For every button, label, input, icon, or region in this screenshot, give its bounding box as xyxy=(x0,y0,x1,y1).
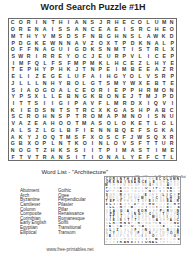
grid-cell: S xyxy=(65,147,73,154)
grid-cell: S xyxy=(152,113,160,120)
grid-cell: T xyxy=(33,153,41,160)
grid-cell: I xyxy=(33,53,41,60)
grid-cell: H xyxy=(152,59,160,66)
grid-cell: T xyxy=(73,120,81,127)
grid-cell: I xyxy=(49,100,57,107)
grid-cell: O xyxy=(89,113,97,120)
grid-cell: I xyxy=(25,73,33,80)
grid-cell: S xyxy=(57,26,65,33)
grid-cell: K xyxy=(104,106,112,113)
grid-cell: R xyxy=(41,153,49,160)
grid-cell: W xyxy=(136,133,144,140)
grid-cell: Y xyxy=(120,79,128,86)
grid-cell: T xyxy=(25,100,33,107)
grid-cell: H xyxy=(112,59,120,66)
grid-cell: Z xyxy=(136,59,144,66)
grid-cell: V xyxy=(160,100,168,107)
grid-cell: A xyxy=(57,86,65,93)
grid-cell: M xyxy=(112,100,120,107)
grid-cell: L xyxy=(160,46,168,53)
grid-cell: H xyxy=(49,147,57,154)
grid-cell: L xyxy=(81,79,89,86)
grid-cell: T xyxy=(73,113,81,120)
grid-cell: E xyxy=(144,66,152,73)
grid-cell: S xyxy=(104,79,112,86)
grid-cell: A xyxy=(168,126,176,133)
grid-cell: P xyxy=(144,106,152,113)
grid-cell: R xyxy=(120,100,128,107)
grid-cell: R xyxy=(25,19,33,26)
grid-cell: N xyxy=(49,113,57,120)
grid-cell: I xyxy=(89,153,97,160)
grid-cell: F xyxy=(81,32,89,39)
grid-cell: L xyxy=(136,32,144,39)
grid-cell: M xyxy=(152,86,160,93)
grid-cell: S xyxy=(128,26,136,33)
grid-cell: B xyxy=(65,79,73,86)
grid-cell: G xyxy=(57,100,65,107)
grid-cell: N xyxy=(65,39,73,46)
grid-cell: A xyxy=(89,120,97,127)
grid-cell: V xyxy=(41,32,49,39)
grid-cell: L xyxy=(17,79,25,86)
grid-cell: O xyxy=(128,73,136,80)
grid-cell: K xyxy=(57,147,65,154)
grid-cell: L xyxy=(17,73,25,80)
word-list-header: Word List - "Architecture" xyxy=(8,165,108,173)
grid-cell: V xyxy=(89,100,97,107)
grid-cell: P xyxy=(17,93,25,100)
grid-cell: Q xyxy=(33,59,41,66)
grid-cell: K xyxy=(73,140,81,147)
footer-url: www.free-printables.net xyxy=(8,240,132,247)
grid-cell: L xyxy=(65,73,73,80)
grid-cell: M xyxy=(89,59,97,66)
grid-cell: X xyxy=(33,93,41,100)
grid-cell: A xyxy=(120,106,128,113)
grid-cell: E xyxy=(96,26,104,33)
word-search-grid: CORINTHIANSJRHECOLUMNORENAISSANCEAEISRCH… xyxy=(8,18,177,161)
grid-cell: A xyxy=(73,26,81,33)
grid-cell: L xyxy=(33,79,41,86)
grid-cell: X xyxy=(168,46,176,53)
grid-cell: G xyxy=(104,32,112,39)
grid-cell: O xyxy=(168,26,176,33)
grid-cell: H xyxy=(57,66,65,73)
grid-cell: Y xyxy=(65,53,73,60)
grid-cell: T xyxy=(81,153,89,160)
grid-cell: G xyxy=(73,46,81,53)
grid-cell: P xyxy=(73,100,81,107)
grid-cell: X xyxy=(104,39,112,46)
grid-cell: B xyxy=(128,66,136,73)
grid-cell: K xyxy=(160,126,168,133)
grid-cell: J xyxy=(33,133,41,140)
grid-cell: T xyxy=(17,32,25,39)
grid-cell: K xyxy=(17,133,25,140)
grid-cell: F xyxy=(96,100,104,107)
grid-cell: Z xyxy=(33,126,41,133)
grid-cell: D xyxy=(65,32,73,39)
grid-cell: A xyxy=(152,106,160,113)
grid-cell: T xyxy=(73,106,81,113)
grid-cell: H xyxy=(152,26,160,33)
grid-cell: P xyxy=(120,86,128,93)
grid-cell: L xyxy=(41,59,49,66)
grid-cell: N xyxy=(128,113,136,120)
grid-cell: H xyxy=(112,32,120,39)
grid-cell: V xyxy=(144,73,152,80)
grid-cell: C xyxy=(9,19,17,26)
grid-cell: T xyxy=(9,66,17,73)
grid-cell: M xyxy=(112,46,120,53)
grid-cell: L xyxy=(17,126,25,133)
grid-cell: A xyxy=(89,73,97,80)
grid-cell: P xyxy=(160,93,168,100)
grid-cell: S xyxy=(128,140,136,147)
grid-cell: E xyxy=(120,19,128,26)
grid-cell: S xyxy=(9,86,17,93)
grid-cell: N xyxy=(112,93,120,100)
grid-cell: O xyxy=(104,93,112,100)
grid-cell: N xyxy=(104,153,112,160)
grid-cell: K xyxy=(65,66,73,73)
grid-cell: N xyxy=(89,32,97,39)
grid-cell: H xyxy=(104,73,112,80)
grid-cell: T xyxy=(120,46,128,53)
grid-cell: X xyxy=(25,140,33,147)
grid-cell: S xyxy=(57,113,65,120)
grid-cell: M xyxy=(73,59,81,66)
grid-cell: S xyxy=(25,93,33,100)
grid-cell: D xyxy=(128,100,136,107)
grid-cell: F xyxy=(9,153,17,160)
grid-cell: T xyxy=(96,79,104,86)
grid-cell: E xyxy=(160,26,168,33)
grid-cell: H xyxy=(33,66,41,73)
grid-cell: O xyxy=(73,79,81,86)
grid-cell: H xyxy=(57,19,65,26)
grid-cell: C xyxy=(152,53,160,60)
grid-cell: Q xyxy=(152,100,160,107)
grid-cell: J xyxy=(73,66,81,73)
grid-cell: O xyxy=(112,140,120,147)
grid-cell: R xyxy=(25,53,33,60)
grid-cell: M xyxy=(160,19,168,26)
grid-cell: U xyxy=(152,19,160,26)
grid-cell: O xyxy=(81,140,89,147)
grid-cell: U xyxy=(73,73,81,80)
grid-cell: R xyxy=(144,86,152,93)
grid-cell: B xyxy=(152,79,160,86)
grid-cell: E xyxy=(41,39,49,46)
grid-cell: A xyxy=(9,126,17,133)
grid-cell: G xyxy=(49,126,57,133)
grid-cell: T xyxy=(57,106,65,113)
grid-cell: E xyxy=(136,120,144,127)
grid-cell: H xyxy=(25,32,33,39)
grid-cell: E xyxy=(9,73,17,80)
grid-cell: L xyxy=(65,86,73,93)
grid-cell: R xyxy=(49,53,57,60)
grid-cell: O xyxy=(9,46,17,53)
grid-cell: O xyxy=(33,113,41,120)
grid-cell: S xyxy=(41,106,49,113)
grid-cell: N xyxy=(57,140,65,147)
grid-cell: D xyxy=(168,93,176,100)
grid-cell: O xyxy=(96,153,104,160)
grid-cell: L xyxy=(41,93,49,100)
grid-cell: M xyxy=(81,120,89,127)
grid-cell: V xyxy=(25,153,33,160)
grid-cell: T xyxy=(57,133,65,140)
grid-cell: P xyxy=(49,66,57,73)
grid-cell: D xyxy=(17,39,25,46)
grid-cell: U xyxy=(168,113,176,120)
grid-cell: M xyxy=(49,32,57,39)
grid-cell: L xyxy=(104,100,112,107)
grid-cell: S xyxy=(136,147,144,154)
grid-cell: S xyxy=(152,73,160,80)
grid-cell: L xyxy=(25,79,33,86)
grid-cell: I xyxy=(104,86,112,93)
grid-cell: R xyxy=(96,86,104,93)
grid-cell: Q xyxy=(49,133,57,140)
grid-cell: O xyxy=(65,120,73,127)
grid-cell: S xyxy=(9,53,17,60)
grid-cell: P xyxy=(168,53,176,60)
grid-cell: L xyxy=(49,93,57,100)
grid-cell: O xyxy=(17,19,25,26)
grid-cell: J xyxy=(152,93,160,100)
grid-cell: U xyxy=(104,53,112,60)
grid-cell: I xyxy=(65,19,73,26)
grid-cell: G xyxy=(9,140,17,147)
grid-cell: S xyxy=(65,26,73,33)
grid-cell: Q xyxy=(152,133,160,140)
grid-cell: B xyxy=(65,93,73,100)
grid-cell: A xyxy=(112,153,120,160)
grid-cell: P xyxy=(120,53,128,60)
grid-cell: P xyxy=(168,73,176,80)
grid-cell: T xyxy=(144,140,152,147)
grid-cell: L xyxy=(144,19,152,26)
grid-cell: I xyxy=(81,126,89,133)
page-title: Word Search Puzzle #1H xyxy=(0,2,186,12)
grid-cell: P xyxy=(128,86,136,93)
grid-cell: P xyxy=(96,66,104,73)
grid-cell: T xyxy=(152,140,160,147)
grid-cell: T xyxy=(17,100,25,107)
grid-cell: I xyxy=(152,147,160,154)
grid-cell: C xyxy=(89,106,97,113)
grid-cell: C xyxy=(168,106,176,113)
grid-cell: I xyxy=(89,147,97,154)
grid-cell: L xyxy=(168,153,176,160)
grid-cell: A xyxy=(17,120,25,127)
grid-cell: L xyxy=(136,73,144,80)
grid-cell: E xyxy=(168,79,176,86)
grid-cell: L xyxy=(160,39,168,46)
grid-cell: X xyxy=(136,79,144,86)
grid-cell: N xyxy=(96,126,104,133)
grid-cell: E xyxy=(25,106,33,113)
grid-cell: R xyxy=(136,26,144,33)
grid-cell: M xyxy=(65,133,73,140)
grid-cell: R xyxy=(25,113,33,120)
grid-cell: H xyxy=(136,106,144,113)
grid-cell: L xyxy=(104,140,112,147)
grid-cell: I xyxy=(73,153,81,160)
grid-cell: D xyxy=(168,32,176,39)
grid-cell: A xyxy=(9,133,17,140)
grid-cell: J xyxy=(9,79,17,86)
grid-cell: X xyxy=(160,133,168,140)
grid-cell: R xyxy=(81,106,89,113)
grid-cell: L xyxy=(112,120,120,127)
grid-cell: P xyxy=(104,147,112,154)
grid-cell: Z xyxy=(25,120,33,127)
grid-cell: G xyxy=(112,106,120,113)
grid-cell: I xyxy=(9,59,17,66)
grid-cell: M xyxy=(144,93,152,100)
grid-cell: G xyxy=(160,120,168,127)
grid-cell: T xyxy=(144,120,152,127)
grid-cell: C xyxy=(152,153,160,160)
grid-cell: F xyxy=(65,59,73,66)
grid-cell: F xyxy=(136,140,144,147)
grid-cell: S xyxy=(128,106,136,113)
solution-header: Word Search Puzzle #1H - Solution xyxy=(102,167,182,173)
solution-cell: O xyxy=(144,241,148,244)
grid-cell: P xyxy=(120,39,128,46)
grid-cell: B xyxy=(160,106,168,113)
grid-cell: B xyxy=(17,140,25,147)
grid-cell: O xyxy=(9,26,17,33)
grid-cell: R xyxy=(81,113,89,120)
grid-cell: N xyxy=(120,32,128,39)
grid-cell: L xyxy=(104,59,112,66)
grid-cell: O xyxy=(136,19,144,26)
grid-cell: F xyxy=(17,46,25,53)
grid-cell: I xyxy=(96,73,104,80)
grid-cell: E xyxy=(41,73,49,80)
grid-cell: S xyxy=(89,19,97,26)
grid-cell: Y xyxy=(25,133,33,140)
grid-cell: P xyxy=(112,113,120,120)
grid-cell: E xyxy=(144,79,152,86)
grid-cell: I xyxy=(128,46,136,53)
grid-cell: O xyxy=(33,140,41,147)
grid-cell: C xyxy=(120,59,128,66)
grid-cell: I xyxy=(144,100,152,107)
grid-cell: G xyxy=(81,93,89,100)
grid-cell: E xyxy=(25,26,33,33)
grid-cell: T xyxy=(65,140,73,147)
grid-cell: S xyxy=(9,113,17,120)
grid-cell: K xyxy=(9,106,17,113)
grid-cell: I xyxy=(89,140,97,147)
grid-cell: X xyxy=(96,106,104,113)
grid-cell: I xyxy=(65,46,73,53)
grid-cell: T xyxy=(33,147,41,154)
grid-cell: P xyxy=(9,39,17,46)
grid-cell: J xyxy=(89,53,97,60)
grid-cell: V xyxy=(9,120,17,127)
grid-cell: N xyxy=(81,19,89,26)
grid-cell: B xyxy=(112,126,120,133)
grid-cell: B xyxy=(96,32,104,39)
grid-cell: F xyxy=(81,133,89,140)
grid-cell: E xyxy=(96,53,104,60)
grid-cell: H xyxy=(112,19,120,26)
grid-cell: O xyxy=(49,86,57,93)
grid-cell: W xyxy=(152,32,160,39)
grid-cell: R xyxy=(168,140,176,147)
grid-cell: A xyxy=(81,100,89,107)
grid-cell: O xyxy=(96,133,104,140)
grid-cell: I xyxy=(9,100,17,107)
grid-cell: K xyxy=(89,46,97,53)
grid-cell: R xyxy=(168,133,176,140)
grid-cell: S xyxy=(33,100,41,107)
grid-cell: Q xyxy=(120,126,128,133)
grid-cell: L xyxy=(152,120,160,127)
grid-cell: O xyxy=(136,113,144,120)
grid-cell: N xyxy=(168,86,176,93)
grid-cell: O xyxy=(96,39,104,46)
grid-cell: K xyxy=(160,32,168,39)
grid-cell: X xyxy=(89,133,97,140)
grid-cell: N xyxy=(89,66,97,73)
grid-cell: W xyxy=(17,53,25,60)
grid-cell: G xyxy=(25,147,33,154)
grid-cell: D xyxy=(33,106,41,113)
grid-cell: R xyxy=(168,66,176,73)
grid-cell: Z xyxy=(41,147,49,154)
grid-cell: T xyxy=(17,153,25,160)
grid-cell: I xyxy=(17,106,25,113)
word-list-left-column: AbutmentArchByzantineCantileverColumnCom… xyxy=(20,181,60,227)
grid-cell: N xyxy=(9,147,17,154)
grid-cell: R xyxy=(160,73,168,80)
grid-cell: E xyxy=(160,53,168,60)
grid-cell: U xyxy=(57,46,65,53)
grid-cell: S xyxy=(73,147,81,154)
grid-cell: P xyxy=(168,39,176,46)
grid-cell: O xyxy=(57,120,65,127)
grid-cell: W xyxy=(49,39,57,46)
grid-cell: I xyxy=(65,100,73,107)
grid-cell: Y xyxy=(160,59,168,66)
grid-cell: A xyxy=(41,46,49,53)
grid-cell: S xyxy=(96,120,104,127)
grid-cell: S xyxy=(65,153,73,160)
grid-cell: L xyxy=(57,126,65,133)
grid-cell: E xyxy=(136,153,144,160)
grid-cell: J xyxy=(96,19,104,26)
grid-cell: E xyxy=(168,147,176,154)
grid-cell: S xyxy=(65,106,73,113)
grid-cell: A xyxy=(41,120,49,127)
grid-cell: F xyxy=(25,59,33,66)
grid-cell: N xyxy=(33,26,41,33)
grid-cell: E xyxy=(89,126,97,133)
grid-cell: S xyxy=(136,46,144,53)
grid-cell: N xyxy=(73,93,81,100)
grid-cell: S xyxy=(73,133,81,140)
grid-cell: I xyxy=(17,86,25,93)
